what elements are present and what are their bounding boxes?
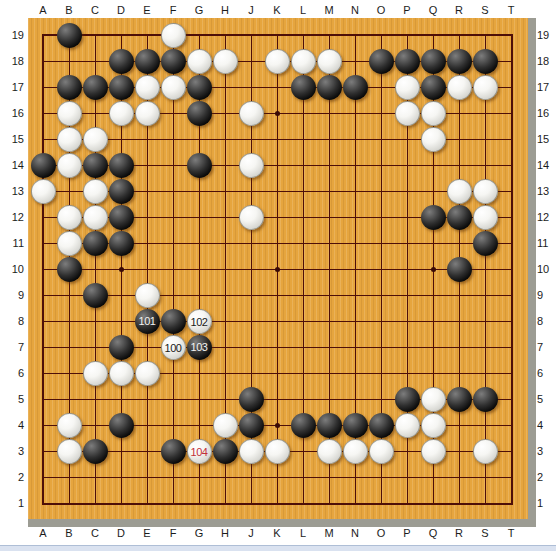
coordinate-label: S [475, 527, 495, 539]
stone-white [395, 413, 420, 438]
stone-black [447, 205, 472, 230]
coordinate-label: 1 [537, 497, 556, 509]
stone-white [369, 439, 394, 464]
stone-white [421, 101, 446, 126]
stone-white [291, 49, 316, 74]
coordinate-label: 11 [0, 237, 24, 249]
stone-white [213, 413, 238, 438]
coordinate-label: B [59, 527, 79, 539]
coordinate-label: T [501, 527, 521, 539]
coordinate-label: C [85, 4, 105, 16]
coordinate-label: 6 [0, 367, 24, 379]
coordinate-label: 3 [0, 445, 24, 457]
stone-black [31, 153, 56, 178]
stone-black [83, 283, 108, 308]
stone-black [83, 153, 108, 178]
coordinate-label: F [163, 527, 183, 539]
coordinate-label: 9 [0, 289, 24, 301]
stone-black [83, 439, 108, 464]
stone-white [447, 179, 472, 204]
stone-black [421, 75, 446, 100]
stone-white [135, 101, 160, 126]
stone-white [161, 23, 186, 48]
stone-black-move-103: 103 [187, 335, 212, 360]
stone-black [395, 387, 420, 412]
coordinate-label: 17 [537, 81, 556, 93]
coordinate-label: 8 [0, 315, 24, 327]
stone-white [421, 439, 446, 464]
stone-black [109, 153, 134, 178]
stone-black [187, 101, 212, 126]
coordinate-label: 7 [0, 341, 24, 353]
coordinate-label: 12 [537, 211, 556, 223]
stone-white [57, 439, 82, 464]
stone-white [421, 127, 446, 152]
coordinate-label: J [241, 4, 261, 16]
stone-black [57, 257, 82, 282]
stone-white [447, 75, 472, 100]
stone-white [213, 49, 238, 74]
coordinate-label: E [137, 527, 157, 539]
stone-black [109, 179, 134, 204]
coordinate-label: 7 [537, 341, 556, 353]
stone-white [343, 439, 368, 464]
stone-white [395, 75, 420, 100]
stone-black-move-101: 101 [135, 309, 160, 334]
stone-black [161, 439, 186, 464]
coordinate-label: K [267, 4, 287, 16]
coordinate-label: K [267, 527, 287, 539]
coordinate-label: 8 [537, 315, 556, 327]
stone-black [187, 153, 212, 178]
stone-white [473, 75, 498, 100]
stone-black [343, 413, 368, 438]
stone-white [317, 439, 342, 464]
stone-white [57, 205, 82, 230]
stone-white [83, 179, 108, 204]
stone-black [109, 75, 134, 100]
coordinate-label: N [345, 4, 365, 16]
stone-black [213, 439, 238, 464]
coordinate-label: 10 [0, 263, 24, 275]
stone-black [421, 205, 446, 230]
stone-white [135, 283, 160, 308]
stone-black [161, 49, 186, 74]
stone-black [395, 49, 420, 74]
go-game-window: ABCDEFGHJKLMNOPQRST ABCDEFGHJKLMNOPQRST … [0, 0, 556, 551]
stone-black [317, 75, 342, 100]
coordinate-label: 12 [0, 211, 24, 223]
coordinate-label: 19 [0, 29, 24, 41]
stone-white [473, 439, 498, 464]
coordinate-label: 6 [537, 367, 556, 379]
stone-black [473, 49, 498, 74]
coordinate-label: O [371, 4, 391, 16]
star-point [275, 423, 280, 428]
coordinate-label: 4 [537, 419, 556, 431]
coordinate-label: G [189, 527, 209, 539]
stone-black [343, 75, 368, 100]
coordinate-label: 1 [0, 497, 24, 509]
stone-black [109, 49, 134, 74]
stone-white [395, 101, 420, 126]
coordinate-label: A [33, 527, 53, 539]
stone-white-move-100: 100 [161, 335, 186, 360]
coordinate-label: 4 [0, 419, 24, 431]
stone-black [239, 387, 264, 412]
stone-white [473, 179, 498, 204]
stone-black [135, 49, 160, 74]
stone-black [161, 309, 186, 334]
coordinate-label: 18 [0, 55, 24, 67]
coordinate-label: P [397, 4, 417, 16]
stone-black [57, 75, 82, 100]
stone-white [57, 101, 82, 126]
stone-white-move-104: 104 [187, 439, 212, 464]
stone-white [161, 75, 186, 100]
coordinate-label: M [319, 527, 339, 539]
star-point [275, 267, 280, 272]
stone-black [109, 413, 134, 438]
coordinate-label: 17 [0, 81, 24, 93]
coordinate-label: 13 [537, 185, 556, 197]
star-point [275, 111, 280, 116]
coordinate-label: 11 [537, 237, 556, 249]
stone-white [239, 101, 264, 126]
stone-white [57, 127, 82, 152]
coordinate-label: 16 [0, 107, 24, 119]
stone-black [447, 49, 472, 74]
coordinate-label: 14 [537, 159, 556, 171]
coordinate-label: C [85, 527, 105, 539]
coordinate-label: 9 [537, 289, 556, 301]
stone-white [109, 101, 134, 126]
coordinate-label: D [111, 527, 131, 539]
coordinate-label: 10 [537, 263, 556, 275]
stone-white [57, 231, 82, 256]
stone-black [369, 413, 394, 438]
stone-black [291, 75, 316, 100]
coordinate-label: H [215, 4, 235, 16]
coordinate-label: 15 [537, 133, 556, 145]
stone-black [447, 387, 472, 412]
stone-white [187, 49, 212, 74]
stone-black [447, 257, 472, 282]
coordinate-label: 2 [0, 471, 24, 483]
status-strip [0, 545, 556, 551]
coordinate-label: Q [423, 4, 443, 16]
stone-black [369, 49, 394, 74]
coordinate-label: 14 [0, 159, 24, 171]
stone-white [135, 361, 160, 386]
coordinate-label: G [189, 4, 209, 16]
stone-white [473, 205, 498, 230]
coordinate-label: N [345, 527, 365, 539]
coordinate-label: A [33, 4, 53, 16]
coordinate-label: E [137, 4, 157, 16]
stone-white [109, 361, 134, 386]
coordinate-label: 16 [537, 107, 556, 119]
coordinate-label: 15 [0, 133, 24, 145]
stone-white [239, 439, 264, 464]
coordinate-label: L [293, 527, 313, 539]
stone-white [31, 179, 56, 204]
stone-white [421, 387, 446, 412]
stone-black [187, 75, 212, 100]
stone-white [317, 49, 342, 74]
coordinate-label: 19 [537, 29, 556, 41]
stone-white [57, 413, 82, 438]
coordinate-label: 18 [537, 55, 556, 67]
coordinate-label: M [319, 4, 339, 16]
stone-white [83, 205, 108, 230]
stone-white [83, 361, 108, 386]
coordinate-label: O [371, 527, 391, 539]
stone-white [83, 127, 108, 152]
stone-black [83, 75, 108, 100]
coordinate-label: 5 [537, 393, 556, 405]
stone-black [109, 205, 134, 230]
coordinate-label: 3 [537, 445, 556, 457]
stone-white [239, 205, 264, 230]
coordinate-label: F [163, 4, 183, 16]
coordinate-label: L [293, 4, 313, 16]
stone-black [473, 387, 498, 412]
coordinate-label: 5 [0, 393, 24, 405]
stone-white-move-102: 102 [187, 309, 212, 334]
coordinate-label: R [449, 527, 469, 539]
stone-white [265, 439, 290, 464]
stone-black [239, 413, 264, 438]
coordinate-label: Q [423, 527, 443, 539]
stone-black [317, 413, 342, 438]
coordinate-label: D [111, 4, 131, 16]
stone-black [473, 231, 498, 256]
stone-black [57, 23, 82, 48]
coordinate-label: T [501, 4, 521, 16]
stone-black [109, 231, 134, 256]
coordinate-label: 2 [537, 471, 556, 483]
stone-white [135, 75, 160, 100]
stone-white [421, 413, 446, 438]
stone-black [109, 335, 134, 360]
coordinate-label: 13 [0, 185, 24, 197]
stone-black [291, 413, 316, 438]
coordinate-label: B [59, 4, 79, 16]
star-point [119, 267, 124, 272]
coordinate-label: J [241, 527, 261, 539]
coordinate-label: P [397, 527, 417, 539]
stone-white [239, 153, 264, 178]
coordinate-label: H [215, 527, 235, 539]
stone-black [421, 49, 446, 74]
star-point [431, 267, 436, 272]
stone-white [265, 49, 290, 74]
stone-white [57, 153, 82, 178]
stone-black [83, 231, 108, 256]
coordinate-label: R [449, 4, 469, 16]
coordinate-label: S [475, 4, 495, 16]
